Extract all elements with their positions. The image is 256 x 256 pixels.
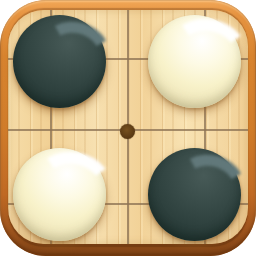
app-icon-canvas	[0, 0, 256, 256]
stone-black[interactable]	[148, 148, 241, 241]
stone-black[interactable]	[13, 15, 106, 108]
stone-white[interactable]	[13, 148, 106, 241]
stone-white[interactable]	[148, 15, 241, 108]
go-app-icon	[0, 0, 256, 256]
star-point-hoshi	[120, 124, 135, 139]
go-board[interactable]	[8, 10, 248, 244]
